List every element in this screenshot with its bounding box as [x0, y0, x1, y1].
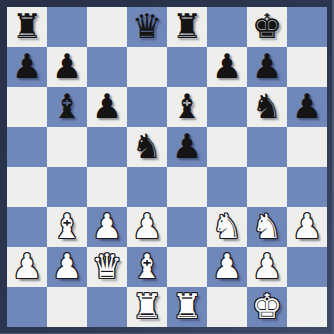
square-c4[interactable]	[87, 167, 127, 207]
square-b2[interactable]: ♟	[47, 247, 87, 287]
square-c1[interactable]	[87, 287, 127, 327]
square-b4[interactable]	[47, 167, 87, 207]
square-a4[interactable]	[7, 167, 47, 207]
square-d5[interactable]: ♞	[127, 127, 167, 167]
board-frame: ♜♛♜♚♟♟♟♟♝♟♝♞♟♞♟♝♟♟♞♞♟♟♟♛♝♟♟♜♜♚	[0, 0, 334, 334]
square-a8[interactable]: ♜	[7, 7, 47, 47]
piece-white-bishop[interactable]: ♝	[132, 249, 162, 283]
square-d6[interactable]	[127, 87, 167, 127]
square-e2[interactable]	[167, 247, 207, 287]
square-b7[interactable]: ♟	[47, 47, 87, 87]
square-c6[interactable]: ♟	[87, 87, 127, 127]
square-d1[interactable]: ♜	[127, 287, 167, 327]
square-g5[interactable]	[247, 127, 287, 167]
piece-white-rook[interactable]: ♜	[132, 289, 162, 323]
square-f3[interactable]: ♞	[207, 207, 247, 247]
piece-white-pawn[interactable]: ♟	[212, 249, 242, 283]
piece-white-pawn[interactable]: ♟	[12, 249, 42, 283]
square-h1[interactable]	[287, 287, 327, 327]
square-g2[interactable]: ♟	[247, 247, 287, 287]
piece-white-rook[interactable]: ♜	[172, 289, 202, 323]
square-f5[interactable]	[207, 127, 247, 167]
piece-white-knight[interactable]: ♞	[212, 209, 242, 243]
chess-board: ♜♛♜♚♟♟♟♟♝♟♝♞♟♞♟♝♟♟♞♞♟♟♟♛♝♟♟♜♜♚	[7, 7, 327, 327]
piece-black-pawn[interactable]: ♟	[52, 49, 82, 83]
square-a7[interactable]: ♟	[7, 47, 47, 87]
square-g6[interactable]: ♞	[247, 87, 287, 127]
square-g4[interactable]	[247, 167, 287, 207]
square-e3[interactable]	[167, 207, 207, 247]
square-c5[interactable]	[87, 127, 127, 167]
square-h4[interactable]	[287, 167, 327, 207]
piece-black-pawn[interactable]: ♟	[212, 49, 242, 83]
square-g7[interactable]: ♟	[247, 47, 287, 87]
piece-black-knight[interactable]: ♞	[132, 129, 162, 163]
piece-black-rook[interactable]: ♜	[172, 9, 202, 43]
square-f2[interactable]: ♟	[207, 247, 247, 287]
square-d7[interactable]	[127, 47, 167, 87]
square-a5[interactable]	[7, 127, 47, 167]
square-h8[interactable]	[287, 7, 327, 47]
square-a3[interactable]	[7, 207, 47, 247]
square-d3[interactable]: ♟	[127, 207, 167, 247]
square-f1[interactable]	[207, 287, 247, 327]
piece-white-pawn[interactable]: ♟	[92, 209, 122, 243]
piece-white-bishop[interactable]: ♝	[52, 209, 82, 243]
square-f6[interactable]	[207, 87, 247, 127]
square-b5[interactable]	[47, 127, 87, 167]
square-b8[interactable]	[47, 7, 87, 47]
piece-black-pawn[interactable]: ♟	[12, 49, 42, 83]
square-h6[interactable]: ♟	[287, 87, 327, 127]
piece-black-pawn[interactable]: ♟	[172, 129, 202, 163]
square-c8[interactable]	[87, 7, 127, 47]
square-a1[interactable]	[7, 287, 47, 327]
piece-black-rook[interactable]: ♜	[12, 9, 42, 43]
square-c7[interactable]	[87, 47, 127, 87]
piece-black-pawn[interactable]: ♟	[252, 49, 282, 83]
square-g1[interactable]: ♚	[247, 287, 287, 327]
piece-white-pawn[interactable]: ♟	[52, 249, 82, 283]
piece-white-knight[interactable]: ♞	[252, 209, 282, 243]
square-a2[interactable]: ♟	[7, 247, 47, 287]
square-c3[interactable]: ♟	[87, 207, 127, 247]
piece-black-queen[interactable]: ♛	[132, 9, 162, 43]
square-b1[interactable]	[47, 287, 87, 327]
piece-black-king[interactable]: ♚	[252, 9, 282, 43]
piece-black-bishop[interactable]: ♝	[172, 89, 202, 123]
square-h5[interactable]	[287, 127, 327, 167]
piece-black-pawn[interactable]: ♟	[92, 89, 122, 123]
piece-white-queen[interactable]: ♛	[92, 249, 122, 283]
square-h7[interactable]	[287, 47, 327, 87]
piece-white-king[interactable]: ♚	[252, 289, 282, 323]
square-g8[interactable]: ♚	[247, 7, 287, 47]
square-g3[interactable]: ♞	[247, 207, 287, 247]
square-e4[interactable]	[167, 167, 207, 207]
square-e5[interactable]: ♟	[167, 127, 207, 167]
square-b6[interactable]: ♝	[47, 87, 87, 127]
square-e6[interactable]: ♝	[167, 87, 207, 127]
piece-white-pawn[interactable]: ♟	[292, 209, 322, 243]
square-h3[interactable]: ♟	[287, 207, 327, 247]
square-f4[interactable]	[207, 167, 247, 207]
square-a6[interactable]	[7, 87, 47, 127]
piece-black-bishop[interactable]: ♝	[52, 89, 82, 123]
square-h2[interactable]	[287, 247, 327, 287]
square-d4[interactable]	[127, 167, 167, 207]
square-e7[interactable]	[167, 47, 207, 87]
piece-black-knight[interactable]: ♞	[252, 89, 282, 123]
square-f8[interactable]	[207, 7, 247, 47]
square-c2[interactable]: ♛	[87, 247, 127, 287]
piece-white-pawn[interactable]: ♟	[252, 249, 282, 283]
square-e8[interactable]: ♜	[167, 7, 207, 47]
square-d2[interactable]: ♝	[127, 247, 167, 287]
square-b3[interactable]: ♝	[47, 207, 87, 247]
square-d8[interactable]: ♛	[127, 7, 167, 47]
piece-white-pawn[interactable]: ♟	[132, 209, 162, 243]
square-f7[interactable]: ♟	[207, 47, 247, 87]
square-e1[interactable]: ♜	[167, 287, 207, 327]
piece-black-pawn[interactable]: ♟	[292, 89, 322, 123]
